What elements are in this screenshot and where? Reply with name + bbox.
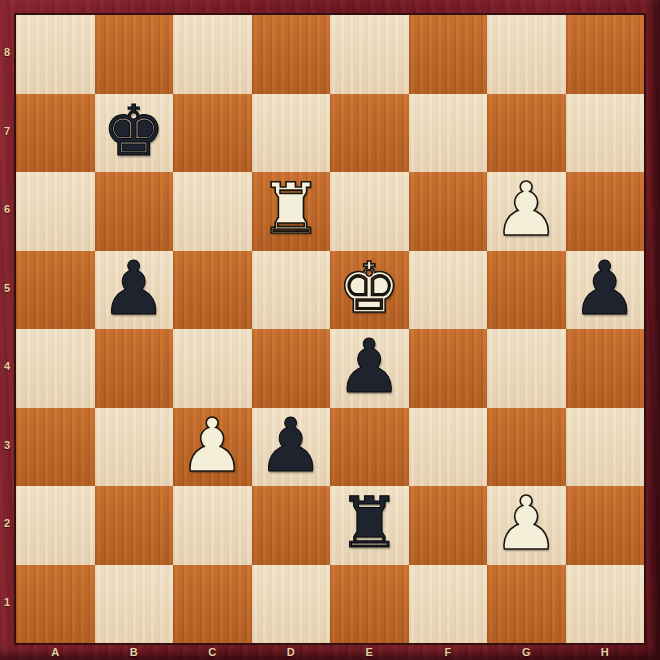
rank-label-1: 1: [0, 563, 14, 642]
square-h2[interactable]: [566, 486, 645, 565]
black-pawn[interactable]: ♟: [572, 251, 638, 325]
rank-label-5: 5: [0, 249, 14, 328]
file-label-h: H: [566, 643, 645, 660]
square-d1[interactable]: [252, 565, 331, 644]
square-c6[interactable]: [173, 172, 252, 251]
rank-label-8: 8: [0, 13, 14, 92]
square-b3[interactable]: [95, 408, 174, 487]
file-label-e: E: [330, 643, 409, 660]
file-label-f: F: [409, 643, 488, 660]
square-d8[interactable]: [252, 15, 331, 94]
white-rook[interactable]: ♜: [259, 174, 322, 244]
square-d4[interactable]: [252, 329, 331, 408]
square-d5[interactable]: [252, 251, 331, 330]
square-c7[interactable]: [173, 94, 252, 173]
square-h5[interactable]: ♟: [566, 251, 645, 330]
square-f5[interactable]: [409, 251, 488, 330]
square-c2[interactable]: [173, 486, 252, 565]
square-g7[interactable]: [487, 94, 566, 173]
square-c4[interactable]: [173, 329, 252, 408]
square-c8[interactable]: [173, 15, 252, 94]
square-e5[interactable]: ♚: [330, 251, 409, 330]
square-f1[interactable]: [409, 565, 488, 644]
square-b8[interactable]: [95, 15, 174, 94]
square-b4[interactable]: [95, 329, 174, 408]
square-f2[interactable]: [409, 486, 488, 565]
square-d3[interactable]: ♟: [252, 408, 331, 487]
rank-label-6: 6: [0, 170, 14, 249]
square-b5[interactable]: ♟: [95, 251, 174, 330]
square-b7[interactable]: ♚: [95, 94, 174, 173]
square-f8[interactable]: [409, 15, 488, 94]
square-b1[interactable]: [95, 565, 174, 644]
rank-label-2: 2: [0, 484, 14, 563]
black-pawn[interactable]: ♟: [336, 329, 402, 403]
square-a6[interactable]: [16, 172, 95, 251]
square-a5[interactable]: [16, 251, 95, 330]
square-c3[interactable]: ♟: [173, 408, 252, 487]
square-g2[interactable]: ♟: [487, 486, 566, 565]
square-f6[interactable]: [409, 172, 488, 251]
black-pawn[interactable]: ♟: [101, 251, 167, 325]
square-g6[interactable]: ♟: [487, 172, 566, 251]
square-e3[interactable]: [330, 408, 409, 487]
square-a2[interactable]: [16, 486, 95, 565]
square-a8[interactable]: [16, 15, 95, 94]
rank-label-7: 7: [0, 92, 14, 171]
white-pawn[interactable]: ♟: [493, 172, 559, 246]
white-pawn[interactable]: ♟: [493, 486, 559, 560]
square-a4[interactable]: [16, 329, 95, 408]
square-c1[interactable]: [173, 565, 252, 644]
square-a3[interactable]: [16, 408, 95, 487]
square-h8[interactable]: [566, 15, 645, 94]
chess-board: ♚♜♟♟♚♟♟♟♟♜♟: [14, 13, 646, 645]
square-c5[interactable]: [173, 251, 252, 330]
square-a7[interactable]: [16, 94, 95, 173]
square-g3[interactable]: [487, 408, 566, 487]
rank-label-4: 4: [0, 327, 14, 406]
black-rook[interactable]: ♜: [338, 488, 401, 558]
square-e8[interactable]: [330, 15, 409, 94]
file-label-b: B: [95, 643, 174, 660]
file-label-a: A: [16, 643, 95, 660]
square-d6[interactable]: ♜: [252, 172, 331, 251]
square-g5[interactable]: [487, 251, 566, 330]
black-pawn[interactable]: ♟: [258, 408, 324, 482]
square-e2[interactable]: ♜: [330, 486, 409, 565]
chess-board-frame: ♚♜♟♟♚♟♟♟♟♜♟ 87654321ABCDEFGH: [0, 0, 660, 660]
square-b6[interactable]: [95, 172, 174, 251]
file-label-g: G: [487, 643, 566, 660]
black-king[interactable]: ♚: [102, 96, 165, 166]
square-e1[interactable]: [330, 565, 409, 644]
square-h3[interactable]: [566, 408, 645, 487]
square-g1[interactable]: [487, 565, 566, 644]
rank-label-3: 3: [0, 406, 14, 485]
square-h4[interactable]: [566, 329, 645, 408]
square-d2[interactable]: [252, 486, 331, 565]
white-pawn[interactable]: ♟: [179, 408, 245, 482]
square-f4[interactable]: [409, 329, 488, 408]
file-label-c: C: [173, 643, 252, 660]
square-b2[interactable]: [95, 486, 174, 565]
square-g8[interactable]: [487, 15, 566, 94]
square-g4[interactable]: [487, 329, 566, 408]
square-e6[interactable]: [330, 172, 409, 251]
square-h1[interactable]: [566, 565, 645, 644]
square-f3[interactable]: [409, 408, 488, 487]
square-h6[interactable]: [566, 172, 645, 251]
square-e7[interactable]: [330, 94, 409, 173]
square-d7[interactable]: [252, 94, 331, 173]
square-a1[interactable]: [16, 565, 95, 644]
square-h7[interactable]: [566, 94, 645, 173]
file-label-d: D: [252, 643, 331, 660]
square-f7[interactable]: [409, 94, 488, 173]
white-king[interactable]: ♚: [338, 253, 401, 323]
square-e4[interactable]: ♟: [330, 329, 409, 408]
